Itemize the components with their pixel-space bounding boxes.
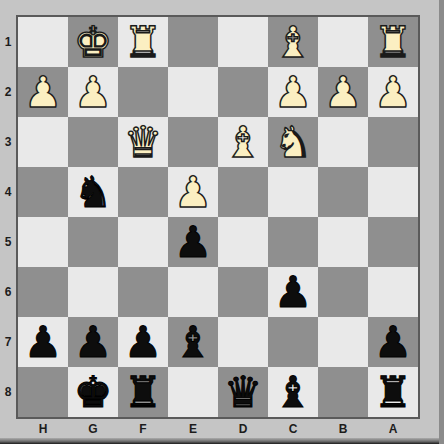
square-c1[interactable]: ♝ (268, 17, 318, 67)
piece-white-pawn-g2[interactable]: ♟ (74, 67, 113, 117)
piece-black-bishop-c8[interactable]: ♝ (274, 367, 313, 417)
square-g6[interactable] (68, 267, 118, 317)
square-c7[interactable] (268, 317, 318, 367)
square-d8[interactable]: ♛ (218, 367, 268, 417)
piece-white-pawn-h2[interactable]: ♟ (24, 67, 63, 117)
square-e7[interactable]: ♝ (168, 317, 218, 367)
piece-white-bishop-c1[interactable]: ♝ (274, 17, 313, 67)
piece-white-king-g1[interactable]: ♚ (74, 17, 113, 67)
piece-black-rook-f8[interactable]: ♜ (124, 367, 163, 417)
square-h1[interactable] (18, 17, 68, 67)
chess-board: ♚♜♝♜♟♟♟♟♟♛♝♞♞♟♟♟♟♟♟♝♟♚♜♛♝♜ (16, 15, 420, 419)
piece-black-pawn-f7[interactable]: ♟ (124, 317, 163, 367)
square-g2[interactable]: ♟ (68, 67, 118, 117)
piece-black-knight-g4[interactable]: ♞ (74, 167, 113, 217)
square-g5[interactable] (68, 217, 118, 267)
rank-label-6: 6 (0, 267, 16, 317)
square-b7[interactable] (318, 317, 368, 367)
piece-black-bishop-e7[interactable]: ♝ (174, 317, 213, 367)
square-d6[interactable] (218, 267, 268, 317)
square-h4[interactable] (18, 167, 68, 217)
square-g7[interactable]: ♟ (68, 317, 118, 367)
piece-black-pawn-a7[interactable]: ♟ (374, 317, 413, 367)
square-g3[interactable] (68, 117, 118, 167)
square-d7[interactable] (218, 317, 268, 367)
file-label-h: H (18, 419, 68, 438)
square-f1[interactable]: ♜ (118, 17, 168, 67)
rank-label-1: 1 (0, 17, 16, 67)
piece-black-queen-d8[interactable]: ♛ (224, 367, 263, 417)
frame-bottom-shadow (0, 438, 444, 444)
square-d5[interactable] (218, 217, 268, 267)
piece-white-pawn-c2[interactable]: ♟ (274, 67, 313, 117)
square-d3[interactable]: ♝ (218, 117, 268, 167)
square-d4[interactable] (218, 167, 268, 217)
square-b3[interactable] (318, 117, 368, 167)
square-h5[interactable] (18, 217, 68, 267)
rank-label-5: 5 (0, 217, 16, 267)
square-b1[interactable] (318, 17, 368, 67)
piece-black-pawn-g7[interactable]: ♟ (74, 317, 113, 367)
file-label-c: C (268, 419, 318, 438)
file-label-a: A (368, 419, 418, 438)
file-label-d: D (218, 419, 268, 438)
rank-label-8: 8 (0, 367, 16, 417)
square-a6[interactable] (368, 267, 418, 317)
square-a8[interactable]: ♜ (368, 367, 418, 417)
square-c2[interactable]: ♟ (268, 67, 318, 117)
square-a3[interactable] (368, 117, 418, 167)
rank-labels: 12345678 (0, 17, 16, 417)
square-g4[interactable]: ♞ (68, 167, 118, 217)
piece-black-pawn-h7[interactable]: ♟ (24, 317, 63, 367)
chess-board-frame: 12345678 ♚♜♝♜♟♟♟♟♟♛♝♞♞♟♟♟♟♟♟♝♟♚♜♛♝♜ HGFE… (0, 0, 444, 444)
square-a5[interactable] (368, 217, 418, 267)
piece-white-bishop-d3[interactable]: ♝ (224, 117, 263, 167)
file-label-e: E (168, 419, 218, 438)
square-c3[interactable]: ♞ (268, 117, 318, 167)
file-label-g: G (68, 419, 118, 438)
square-d1[interactable] (218, 17, 268, 67)
square-f7[interactable]: ♟ (118, 317, 168, 367)
square-h7[interactable]: ♟ (18, 317, 68, 367)
piece-white-knight-c3[interactable]: ♞ (274, 117, 313, 167)
square-e4[interactable]: ♟ (168, 167, 218, 217)
square-e8[interactable] (168, 367, 218, 417)
rank-label-3: 3 (0, 117, 16, 167)
square-c5[interactable] (268, 217, 318, 267)
square-h8[interactable] (18, 367, 68, 417)
file-labels: HGFEDCBA (18, 419, 418, 438)
square-g8[interactable]: ♚ (68, 367, 118, 417)
piece-white-rook-f1[interactable]: ♜ (124, 17, 163, 67)
piece-black-pawn-c6[interactable]: ♟ (274, 267, 313, 317)
square-e6[interactable] (168, 267, 218, 317)
square-d2[interactable] (218, 67, 268, 117)
square-b2[interactable]: ♟ (318, 67, 368, 117)
square-e5[interactable]: ♟ (168, 217, 218, 267)
square-b6[interactable] (318, 267, 368, 317)
piece-black-king-g8[interactable]: ♚ (74, 367, 113, 417)
square-h3[interactable] (18, 117, 68, 167)
square-g1[interactable]: ♚ (68, 17, 118, 67)
square-c8[interactable]: ♝ (268, 367, 318, 417)
file-label-f: F (118, 419, 168, 438)
square-c6[interactable]: ♟ (268, 267, 318, 317)
piece-black-rook-a8[interactable]: ♜ (374, 367, 413, 417)
piece-black-pawn-e5[interactable]: ♟ (174, 217, 213, 267)
square-b5[interactable] (318, 217, 368, 267)
square-f3[interactable]: ♛ (118, 117, 168, 167)
square-f2[interactable] (118, 67, 168, 117)
square-e1[interactable] (168, 17, 218, 67)
rank-label-2: 2 (0, 67, 16, 117)
rank-label-4: 4 (0, 167, 16, 217)
square-f8[interactable]: ♜ (118, 367, 168, 417)
square-e2[interactable] (168, 67, 218, 117)
piece-white-pawn-a2[interactable]: ♟ (374, 67, 413, 117)
square-b4[interactable] (318, 167, 368, 217)
square-f6[interactable] (118, 267, 168, 317)
square-h6[interactable] (18, 267, 68, 317)
square-a4[interactable] (368, 167, 418, 217)
file-label-b: B (318, 419, 368, 438)
square-f5[interactable] (118, 217, 168, 267)
square-a7[interactable]: ♟ (368, 317, 418, 367)
piece-white-queen-f3[interactable]: ♛ (124, 117, 163, 167)
square-a2[interactable]: ♟ (368, 67, 418, 117)
square-h2[interactable]: ♟ (18, 67, 68, 117)
square-b8[interactable] (318, 367, 368, 417)
rank-label-7: 7 (0, 317, 16, 367)
piece-white-pawn-e4[interactable]: ♟ (174, 167, 213, 217)
square-e3[interactable] (168, 117, 218, 167)
square-c4[interactable] (268, 167, 318, 217)
square-a1[interactable]: ♜ (368, 17, 418, 67)
square-f4[interactable] (118, 167, 168, 217)
frame-right-shadow (439, 0, 444, 444)
piece-white-pawn-b2[interactable]: ♟ (324, 67, 363, 117)
piece-white-rook-a1[interactable]: ♜ (374, 17, 413, 67)
